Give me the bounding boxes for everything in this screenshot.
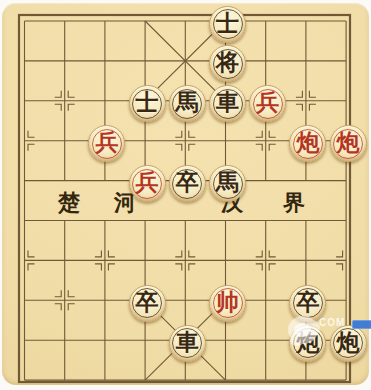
piece-red-cannon[interactable]: 炮 xyxy=(330,125,367,162)
piece-glyph: 士 xyxy=(216,12,239,35)
piece-black-advisor[interactable]: 士 xyxy=(209,6,246,43)
piece-glyph: 将 xyxy=(216,51,239,74)
piece-black-soldier[interactable]: 卒 xyxy=(289,285,326,322)
piece-glyph: 車 xyxy=(216,91,239,114)
piece-black-horse[interactable]: 馬 xyxy=(169,85,206,122)
piece-glyph: 炮 xyxy=(296,331,319,354)
piece-glyph: 兵 xyxy=(256,91,279,114)
piece-glyph: 炮 xyxy=(337,131,360,154)
piece-red-soldier[interactable]: 兵 xyxy=(129,165,166,202)
piece-glyph: 車 xyxy=(176,331,199,354)
piece-glyph: 帅 xyxy=(216,291,239,314)
piece-glyph: 馬 xyxy=(216,171,239,194)
piece-glyph: 炮 xyxy=(296,131,319,154)
piece-glyph: 炮 xyxy=(337,331,360,354)
board-panel: 楚 河 汉 界 士将士馬車兵兵炮炮兵卒馬卒帅卒車炮炮 COM xyxy=(2,3,369,385)
piece-black-soldier[interactable]: 卒 xyxy=(129,285,166,322)
piece-black-cannon[interactable]: 炮 xyxy=(330,325,367,362)
xiangqi-app: 楚 河 汉 界 士将士馬車兵兵炮炮兵卒馬卒帅卒車炮炮 COM xyxy=(0,0,371,390)
piece-black-chariot[interactable]: 車 xyxy=(169,325,206,362)
piece-glyph: 士 xyxy=(136,91,159,114)
river-label-chu: 楚 xyxy=(58,188,80,218)
piece-glyph: 卒 xyxy=(296,291,319,314)
piece-glyph: 兵 xyxy=(136,171,159,194)
piece-glyph: 卒 xyxy=(176,171,199,194)
piece-black-advisor[interactable]: 士 xyxy=(129,85,166,122)
piece-glyph: 兵 xyxy=(95,131,118,154)
piece-red-general[interactable]: 帅 xyxy=(209,285,246,322)
piece-black-horse[interactable]: 馬 xyxy=(209,165,246,202)
piece-glyph: 卒 xyxy=(136,291,159,314)
piece-black-soldier[interactable]: 卒 xyxy=(169,165,206,202)
piece-black-cannon[interactable]: 炮 xyxy=(289,325,326,362)
piece-glyph: 馬 xyxy=(176,91,199,114)
river-label-jie: 界 xyxy=(283,188,305,218)
